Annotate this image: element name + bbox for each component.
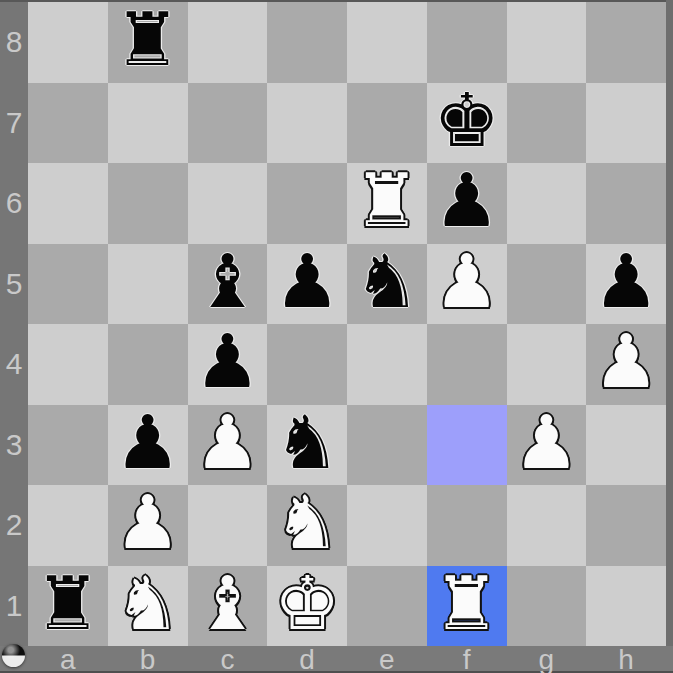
black-knight-d3: ♞ <box>274 402 340 482</box>
rank-label-6: 6 <box>0 163 28 244</box>
square-d4[interactable] <box>267 324 347 405</box>
square-a8[interactable] <box>28 2 108 83</box>
square-c5[interactable]: ♝ <box>188 244 268 325</box>
square-g8[interactable] <box>507 2 587 83</box>
square-g4[interactable] <box>507 324 587 405</box>
square-a1[interactable]: ♜ <box>28 566 108 647</box>
white-knight-b1: ♞ <box>114 563 180 643</box>
file-label-c: c <box>188 646 268 673</box>
square-b1[interactable]: ♞ <box>108 566 188 647</box>
square-g7[interactable] <box>507 83 587 164</box>
square-g1[interactable] <box>507 566 587 647</box>
file-label-h: h <box>586 646 666 673</box>
square-a5[interactable] <box>28 244 108 325</box>
file-label-b: b <box>108 646 188 673</box>
square-g6[interactable] <box>507 163 587 244</box>
square-e1[interactable] <box>347 566 427 647</box>
board-right-border <box>666 0 673 646</box>
square-h5[interactable]: ♟ <box>586 244 666 325</box>
square-h6[interactable] <box>586 163 666 244</box>
side-to-move-indicator <box>2 644 25 667</box>
square-f5[interactable]: ♟ <box>427 244 507 325</box>
square-f7[interactable]: ♚ <box>427 83 507 164</box>
square-e5[interactable]: ♞ <box>347 244 427 325</box>
square-d5[interactable]: ♟ <box>267 244 347 325</box>
square-b4[interactable] <box>108 324 188 405</box>
square-f1[interactable]: ♜ <box>427 566 507 647</box>
white-pawn-c3: ♟ <box>194 402 260 482</box>
square-a2[interactable] <box>28 485 108 566</box>
square-e4[interactable] <box>347 324 427 405</box>
square-b2[interactable]: ♟ <box>108 485 188 566</box>
rank-label-1: 1 <box>0 566 28 647</box>
white-bishop-c1: ♝ <box>194 563 260 643</box>
square-h2[interactable] <box>586 485 666 566</box>
square-h3[interactable] <box>586 405 666 486</box>
file-label-a: a <box>28 646 108 673</box>
file-coordinates-labels: abcdefgh <box>28 646 666 671</box>
white-rook-e6: ♜ <box>354 160 420 240</box>
black-bishop-c5: ♝ <box>194 241 260 321</box>
square-d8[interactable] <box>267 2 347 83</box>
square-e6[interactable]: ♜ <box>347 163 427 244</box>
black-pawn-f6: ♟ <box>433 160 499 240</box>
square-e8[interactable] <box>347 2 427 83</box>
rank-label-7: 7 <box>0 83 28 164</box>
square-c6[interactable] <box>188 163 268 244</box>
chess-board-window: 87654321 ♜♚♜♟♝♟♞♟♟♟♟♟♟♞♟♟♞♜♞♝♚♜ abcdefgh <box>0 0 673 673</box>
square-c2[interactable] <box>188 485 268 566</box>
square-h8[interactable] <box>586 2 666 83</box>
rank-label-5: 5 <box>0 244 28 325</box>
white-knight-d2: ♞ <box>274 482 340 562</box>
square-e3[interactable] <box>347 405 427 486</box>
square-f2[interactable] <box>427 485 507 566</box>
rank-label-8: 8 <box>0 2 28 83</box>
rank-label-2: 2 <box>0 485 28 566</box>
white-pawn-f5: ♟ <box>433 241 499 321</box>
square-d6[interactable] <box>267 163 347 244</box>
file-label-d: d <box>267 646 347 673</box>
black-pawn-d5: ♟ <box>274 241 340 321</box>
white-rook-f1: ♜ <box>433 563 499 643</box>
square-h7[interactable] <box>586 83 666 164</box>
square-a6[interactable] <box>28 163 108 244</box>
square-f4[interactable] <box>427 324 507 405</box>
black-pawn-c4: ♟ <box>194 321 260 401</box>
file-label-e: e <box>347 646 427 673</box>
square-c4[interactable]: ♟ <box>188 324 268 405</box>
square-e7[interactable] <box>347 83 427 164</box>
chess-board: ♜♚♜♟♝♟♞♟♟♟♟♟♟♞♟♟♞♜♞♝♚♜ <box>28 2 666 646</box>
square-g3[interactable]: ♟ <box>507 405 587 486</box>
square-h1[interactable] <box>586 566 666 647</box>
rank-label-4: 4 <box>0 324 28 405</box>
square-h4[interactable]: ♟ <box>586 324 666 405</box>
square-b5[interactable] <box>108 244 188 325</box>
square-a3[interactable] <box>28 405 108 486</box>
rank-label-3: 3 <box>0 405 28 486</box>
square-c7[interactable] <box>188 83 268 164</box>
black-pawn-h5: ♟ <box>593 241 659 321</box>
square-f3[interactable] <box>427 405 507 486</box>
black-knight-e5: ♞ <box>354 241 420 321</box>
square-d3[interactable]: ♞ <box>267 405 347 486</box>
white-pawn-h4: ♟ <box>593 321 659 401</box>
square-b8[interactable]: ♜ <box>108 2 188 83</box>
file-label-g: g <box>507 646 587 673</box>
square-c8[interactable] <box>188 2 268 83</box>
square-f6[interactable]: ♟ <box>427 163 507 244</box>
square-g5[interactable] <box>507 244 587 325</box>
square-a7[interactable] <box>28 83 108 164</box>
square-b7[interactable] <box>108 83 188 164</box>
square-d7[interactable] <box>267 83 347 164</box>
black-king-f7: ♚ <box>433 80 499 160</box>
square-b3[interactable]: ♟ <box>108 405 188 486</box>
black-pawn-b3: ♟ <box>114 402 180 482</box>
square-c3[interactable]: ♟ <box>188 405 268 486</box>
square-c1[interactable]: ♝ <box>188 566 268 647</box>
white-pawn-b2: ♟ <box>114 482 180 562</box>
white-pawn-g3: ♟ <box>513 402 579 482</box>
rank-coordinates-gutter: 87654321 <box>0 2 28 646</box>
square-b6[interactable] <box>108 163 188 244</box>
black-rook-b8: ♜ <box>114 0 180 79</box>
square-f8[interactable] <box>427 2 507 83</box>
square-d2[interactable]: ♞ <box>267 485 347 566</box>
square-a4[interactable] <box>28 324 108 405</box>
square-e2[interactable] <box>347 485 427 566</box>
black-rook-a1: ♜ <box>35 563 101 643</box>
square-d1[interactable]: ♚ <box>267 566 347 647</box>
file-label-f: f <box>427 646 507 673</box>
white-king-d1: ♚ <box>274 563 340 643</box>
square-g2[interactable] <box>507 485 587 566</box>
